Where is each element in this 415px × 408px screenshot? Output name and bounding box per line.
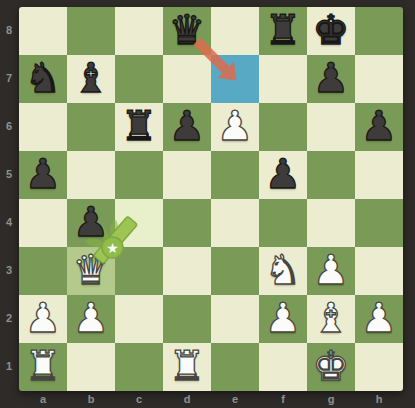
- square-d1[interactable]: ♜︎: [163, 343, 211, 391]
- square-g3[interactable]: ♟︎: [307, 247, 355, 295]
- file-label-c: c: [133, 393, 145, 406]
- square-g7[interactable]: ♟︎: [307, 55, 355, 103]
- square-c3[interactable]: [115, 247, 163, 295]
- square-d2[interactable]: [163, 295, 211, 343]
- square-d4[interactable]: [163, 199, 211, 247]
- square-c8[interactable]: [115, 7, 163, 55]
- black-pawn-f5[interactable]: ♟︎: [265, 154, 302, 195]
- white-bishop-g2[interactable]: ♝︎: [313, 298, 350, 339]
- black-king-g8[interactable]: ♚︎: [313, 10, 350, 51]
- square-h8[interactable]: [355, 7, 403, 55]
- file-label-e: e: [229, 393, 241, 406]
- square-a6[interactable]: [19, 103, 67, 151]
- square-f8[interactable]: ♜︎: [259, 7, 307, 55]
- square-d8[interactable]: ♛︎: [163, 7, 211, 55]
- square-f5[interactable]: ♟︎: [259, 151, 307, 199]
- black-knight-a7[interactable]: ♞︎: [25, 58, 62, 99]
- square-a2[interactable]: ♟︎: [19, 295, 67, 343]
- file-label-g: g: [325, 393, 337, 406]
- white-queen-b3[interactable]: ♛︎: [73, 250, 110, 291]
- white-king-g1[interactable]: ♚︎: [313, 346, 350, 387]
- square-a8[interactable]: [19, 7, 67, 55]
- square-a5[interactable]: ♟︎: [19, 151, 67, 199]
- rank-label-6: 6: [2, 120, 16, 133]
- file-label-f: f: [277, 393, 289, 406]
- black-rook-f8[interactable]: ♜︎: [265, 10, 302, 51]
- square-b7[interactable]: ♝︎: [67, 55, 115, 103]
- board-grid: ♛︎♜︎♚︎♞︎♝︎♟︎♜︎♟︎♟︎♟︎♟︎♟︎♟︎♛︎♞︎♟︎♟︎♟︎♟︎♝︎…: [19, 7, 403, 391]
- square-g2[interactable]: ♝︎: [307, 295, 355, 343]
- black-bishop-b7[interactable]: ♝︎: [73, 58, 110, 99]
- white-pawn-f2[interactable]: ♟︎: [265, 298, 302, 339]
- square-a3[interactable]: [19, 247, 67, 295]
- file-label-b: b: [85, 393, 97, 406]
- square-g5[interactable]: [307, 151, 355, 199]
- square-e1[interactable]: [211, 343, 259, 391]
- square-c2[interactable]: [115, 295, 163, 343]
- square-a1[interactable]: ♜︎: [19, 343, 67, 391]
- file-label-d: d: [181, 393, 193, 406]
- square-c4[interactable]: [115, 199, 163, 247]
- square-d7[interactable]: [163, 55, 211, 103]
- square-f2[interactable]: ♟︎: [259, 295, 307, 343]
- rank-label-7: 7: [2, 72, 16, 85]
- square-h7[interactable]: [355, 55, 403, 103]
- square-c5[interactable]: [115, 151, 163, 199]
- rank-label-8: 8: [2, 24, 16, 37]
- square-e2[interactable]: [211, 295, 259, 343]
- rank-label-1: 1: [2, 360, 16, 373]
- square-a4[interactable]: [19, 199, 67, 247]
- black-pawn-h6[interactable]: ♟︎: [361, 106, 398, 147]
- square-g4[interactable]: [307, 199, 355, 247]
- white-pawn-b2[interactable]: ♟︎: [73, 298, 110, 339]
- square-b1[interactable]: [67, 343, 115, 391]
- square-h2[interactable]: ♟︎: [355, 295, 403, 343]
- white-knight-f3[interactable]: ♞︎: [265, 250, 302, 291]
- square-e4[interactable]: [211, 199, 259, 247]
- square-b6[interactable]: [67, 103, 115, 151]
- file-label-h: h: [373, 393, 385, 406]
- square-b2[interactable]: ♟︎: [67, 295, 115, 343]
- square-f1[interactable]: [259, 343, 307, 391]
- square-e8[interactable]: [211, 7, 259, 55]
- square-e6[interactable]: ♟︎: [211, 103, 259, 151]
- white-pawn-a2[interactable]: ♟︎: [25, 298, 62, 339]
- square-g1[interactable]: ♚︎: [307, 343, 355, 391]
- square-f3[interactable]: ♞︎: [259, 247, 307, 295]
- square-h6[interactable]: ♟︎: [355, 103, 403, 151]
- white-pawn-h2[interactable]: ♟︎: [361, 298, 398, 339]
- square-h1[interactable]: [355, 343, 403, 391]
- file-label-a: a: [37, 393, 49, 406]
- square-b4[interactable]: ♟︎: [67, 199, 115, 247]
- black-pawn-a5[interactable]: ♟︎: [25, 154, 62, 195]
- white-rook-a1[interactable]: ♜︎: [25, 346, 62, 387]
- white-pawn-g3[interactable]: ♟︎: [313, 250, 350, 291]
- rank-label-3: 3: [2, 264, 16, 277]
- square-h3[interactable]: [355, 247, 403, 295]
- white-pawn-e6[interactable]: ♟︎: [217, 106, 254, 147]
- square-g6[interactable]: [307, 103, 355, 151]
- square-d3[interactable]: [163, 247, 211, 295]
- rank-label-2: 2: [2, 312, 16, 325]
- square-d5[interactable]: [163, 151, 211, 199]
- square-c7[interactable]: [115, 55, 163, 103]
- square-g8[interactable]: ♚︎: [307, 7, 355, 55]
- square-f4[interactable]: [259, 199, 307, 247]
- black-queen-d8[interactable]: ♛︎: [169, 10, 206, 51]
- rank-label-4: 4: [2, 216, 16, 229]
- square-a7[interactable]: ♞︎: [19, 55, 67, 103]
- square-f6[interactable]: [259, 103, 307, 151]
- square-e7[interactable]: [211, 55, 259, 103]
- rank-label-5: 5: [2, 168, 16, 181]
- square-b8[interactable]: [67, 7, 115, 55]
- white-rook-d1[interactable]: ♜︎: [169, 346, 206, 387]
- square-c1[interactable]: [115, 343, 163, 391]
- black-pawn-b4[interactable]: ♟︎: [73, 202, 110, 243]
- black-pawn-d6[interactable]: ♟︎: [169, 106, 206, 147]
- square-e5[interactable]: [211, 151, 259, 199]
- square-e3[interactable]: [211, 247, 259, 295]
- square-c6[interactable]: ♜︎: [115, 103, 163, 151]
- chess-app-background: ♛︎♜︎♚︎♞︎♝︎♟︎♜︎♟︎♟︎♟︎♟︎♟︎♟︎♛︎♞︎♟︎♟︎♟︎♟︎♝︎…: [0, 0, 415, 408]
- chess-board: ♛︎♜︎♚︎♞︎♝︎♟︎♜︎♟︎♟︎♟︎♟︎♟︎♟︎♛︎♞︎♟︎♟︎♟︎♟︎♝︎…: [19, 7, 403, 391]
- square-h5[interactable]: [355, 151, 403, 199]
- square-b3[interactable]: ♛︎: [67, 247, 115, 295]
- black-pawn-g7[interactable]: ♟︎: [313, 58, 350, 99]
- square-f7[interactable]: [259, 55, 307, 103]
- black-rook-c6[interactable]: ♜︎: [121, 106, 158, 147]
- square-d6[interactable]: ♟︎: [163, 103, 211, 151]
- hint-from-square-highlight: [115, 199, 163, 247]
- square-b5[interactable]: [67, 151, 115, 199]
- square-h4[interactable]: [355, 199, 403, 247]
